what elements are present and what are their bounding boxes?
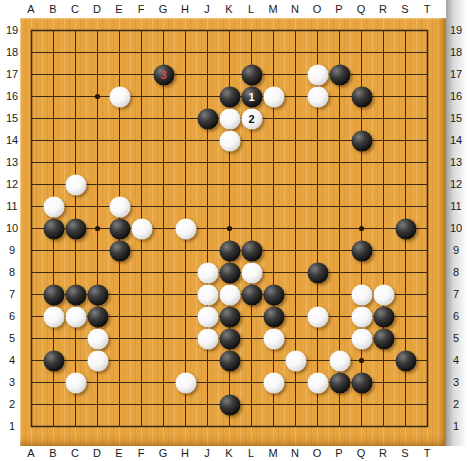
- column-label-O: O: [313, 4, 322, 15]
- white-stone-J7: [197, 284, 218, 305]
- row-label-18: 18: [6, 47, 18, 58]
- column-label-E: E: [115, 4, 122, 15]
- white-stone-Q6: [351, 306, 372, 327]
- black-stone-Q14: [351, 130, 372, 151]
- go-board-app: ABCDEFGHJKLMNOPQRST 19181716151413121110…: [0, 0, 467, 461]
- row-label-5: 5: [453, 333, 459, 344]
- column-label-H: H: [181, 448, 189, 459]
- black-stone-K8: [219, 262, 240, 283]
- white-stone-L8: [241, 262, 262, 283]
- column-label-P: P: [335, 4, 342, 15]
- white-stone-Q5: [351, 328, 372, 349]
- column-label-R: R: [379, 448, 387, 459]
- white-stone-O16: [307, 86, 328, 107]
- black-stone-D7: [87, 284, 108, 305]
- row-label-7: 7: [453, 289, 459, 300]
- row-label-13: 13: [450, 157, 462, 168]
- white-stone-J8: [197, 262, 218, 283]
- column-label-S: S: [401, 4, 408, 15]
- white-stone-R7: [373, 284, 394, 305]
- column-label-Q: Q: [357, 4, 366, 15]
- column-label-F: F: [138, 448, 145, 459]
- column-label-A: A: [27, 4, 34, 15]
- right-coordinate-column: 19181716151413121110987654321: [446, 0, 467, 461]
- black-stone-L9: [241, 240, 262, 261]
- row-label-8: 8: [453, 267, 459, 278]
- black-stone-M6: [263, 306, 284, 327]
- white-stone-K7: [219, 284, 240, 305]
- row-label-6: 6: [9, 311, 15, 322]
- row-label-19: 19: [6, 25, 18, 36]
- white-stone-E11: [109, 196, 130, 217]
- top-coordinate-row: ABCDEFGHJKLMNOPQRST: [0, 0, 467, 18]
- black-stone-M7: [263, 284, 284, 305]
- column-label-Q: Q: [357, 448, 366, 459]
- column-label-S: S: [401, 448, 408, 459]
- goban[interactable]: 312: [20, 18, 446, 446]
- white-stone-M3: [263, 372, 284, 393]
- row-label-18: 18: [450, 47, 462, 58]
- row-label-19: 19: [450, 25, 462, 36]
- column-label-N: N: [291, 448, 299, 459]
- white-stone-O17: [307, 64, 328, 85]
- row-label-15: 15: [6, 113, 18, 124]
- white-stone-K14: [219, 130, 240, 151]
- white-stone-H3: [175, 372, 196, 393]
- column-label-C: C: [71, 4, 79, 15]
- black-stone-K9: [219, 240, 240, 261]
- black-stone-Q16: [351, 86, 372, 107]
- white-stone-C6: [65, 306, 86, 327]
- black-stone-L16: 1: [241, 86, 262, 107]
- row-label-6: 6: [453, 311, 459, 322]
- column-label-C: C: [71, 448, 79, 459]
- column-label-D: D: [93, 4, 101, 15]
- black-stone-J15: [197, 108, 218, 129]
- column-label-A: A: [27, 448, 34, 459]
- white-stone-D4: [87, 350, 108, 371]
- stones-layer: 312: [20, 18, 446, 446]
- column-label-J: J: [204, 4, 210, 15]
- column-label-G: G: [159, 4, 168, 15]
- black-stone-C7: [65, 284, 86, 305]
- row-label-11: 11: [6, 201, 17, 212]
- row-label-1: 1: [9, 421, 15, 432]
- white-stone-F10: [131, 218, 152, 239]
- white-stone-B6: [43, 306, 64, 327]
- column-label-K: K: [225, 4, 232, 15]
- row-label-13: 13: [6, 157, 18, 168]
- black-stone-R5: [373, 328, 394, 349]
- column-label-T: T: [424, 448, 431, 459]
- column-label-D: D: [93, 448, 101, 459]
- column-label-P: P: [335, 448, 342, 459]
- black-stone-K6: [219, 306, 240, 327]
- column-label-L: L: [248, 448, 254, 459]
- row-label-9: 9: [453, 245, 459, 256]
- row-label-15: 15: [450, 113, 462, 124]
- row-label-9: 9: [9, 245, 15, 256]
- row-label-4: 4: [453, 355, 459, 366]
- row-label-3: 3: [453, 377, 459, 388]
- move-number-label: 2: [241, 108, 262, 129]
- white-stone-C12: [65, 174, 86, 195]
- column-label-J: J: [204, 448, 210, 459]
- row-label-10: 10: [6, 223, 18, 234]
- left-coordinate-column: 19181716151413121110987654321: [0, 0, 20, 461]
- row-label-17: 17: [6, 69, 18, 80]
- row-label-7: 7: [9, 289, 15, 300]
- row-label-11: 11: [450, 201, 461, 212]
- white-stone-M16: [263, 86, 284, 107]
- black-stone-O8: [307, 262, 328, 283]
- black-stone-B4: [43, 350, 64, 371]
- column-label-B: B: [49, 448, 56, 459]
- white-stone-J5: [197, 328, 218, 349]
- black-stone-K2: [219, 394, 240, 415]
- column-label-B: B: [49, 4, 56, 15]
- white-stone-M5: [263, 328, 284, 349]
- row-label-3: 3: [9, 377, 15, 388]
- row-label-14: 14: [450, 135, 462, 146]
- black-stone-K16: [219, 86, 240, 107]
- row-label-16: 16: [6, 91, 18, 102]
- row-label-16: 16: [450, 91, 462, 102]
- column-label-M: M: [268, 448, 277, 459]
- white-stone-J6: [197, 306, 218, 327]
- white-stone-O6: [307, 306, 328, 327]
- white-stone-Q7: [351, 284, 372, 305]
- row-label-8: 8: [9, 267, 15, 278]
- column-label-F: F: [138, 4, 145, 15]
- black-stone-S10: [395, 218, 416, 239]
- row-label-12: 12: [6, 179, 18, 190]
- column-label-L: L: [248, 4, 254, 15]
- row-label-5: 5: [9, 333, 15, 344]
- move-number-label: 1: [241, 86, 262, 107]
- column-label-N: N: [291, 4, 299, 15]
- black-stone-Q3: [351, 372, 372, 393]
- row-label-10: 10: [450, 223, 462, 234]
- white-stone-H10: [175, 218, 196, 239]
- white-stone-D5: [87, 328, 108, 349]
- black-stone-K4: [219, 350, 240, 371]
- column-label-K: K: [225, 448, 232, 459]
- black-stone-Q9: [351, 240, 372, 261]
- black-stone-E10: [109, 218, 130, 239]
- black-stone-B7: [43, 284, 64, 305]
- column-label-E: E: [115, 448, 122, 459]
- column-label-G: G: [159, 448, 168, 459]
- white-stone-E16: [109, 86, 130, 107]
- white-stone-L15: 2: [241, 108, 262, 129]
- row-label-17: 17: [450, 69, 462, 80]
- row-label-14: 14: [6, 135, 18, 146]
- move-number-label: 3: [153, 64, 174, 85]
- black-stone-D6: [87, 306, 108, 327]
- row-label-2: 2: [453, 399, 459, 410]
- row-label-4: 4: [9, 355, 15, 366]
- black-stone-L7: [241, 284, 262, 305]
- white-stone-K15: [219, 108, 240, 129]
- black-stone-P3: [329, 372, 350, 393]
- row-label-1: 1: [453, 421, 459, 432]
- column-label-M: M: [268, 4, 277, 15]
- row-label-12: 12: [450, 179, 462, 190]
- black-stone-K5: [219, 328, 240, 349]
- column-label-H: H: [181, 4, 189, 15]
- black-stone-S4: [395, 350, 416, 371]
- black-stone-L17: [241, 64, 262, 85]
- white-stone-N4: [285, 350, 306, 371]
- black-stone-B10: [43, 218, 64, 239]
- black-stone-C10: [65, 218, 86, 239]
- column-label-R: R: [379, 4, 387, 15]
- black-stone-P17: [329, 64, 350, 85]
- white-stone-O3: [307, 372, 328, 393]
- row-label-2: 2: [9, 399, 15, 410]
- column-label-T: T: [424, 4, 431, 15]
- black-stone-G17: 3: [153, 64, 174, 85]
- white-stone-C3: [65, 372, 86, 393]
- bottom-coordinate-row: ABCDEFGHJKLMNOPQRST: [0, 446, 467, 461]
- black-stone-E9: [109, 240, 130, 261]
- column-label-O: O: [313, 448, 322, 459]
- white-stone-P4: [329, 350, 350, 371]
- white-stone-B11: [43, 196, 64, 217]
- black-stone-R6: [373, 306, 394, 327]
